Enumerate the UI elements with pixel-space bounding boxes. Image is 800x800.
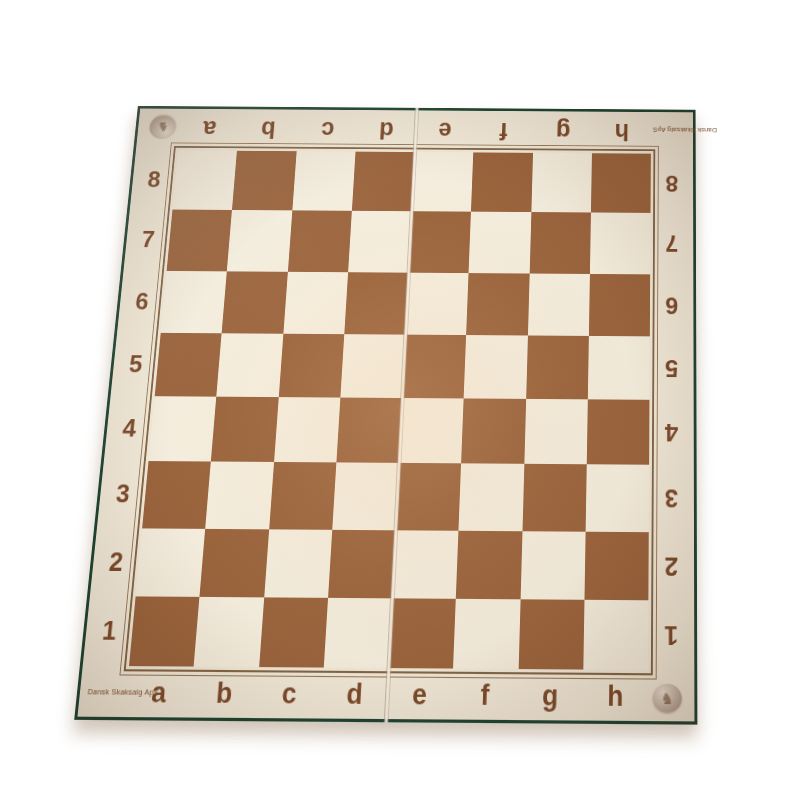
square-g6[interactable]	[527, 273, 589, 336]
rank-label-right-3: 3	[653, 465, 689, 532]
square-h7[interactable]	[590, 213, 651, 274]
file-label-bottom-b: b	[190, 671, 259, 716]
maker-logo-badge-top: ♞	[149, 115, 178, 139]
square-a4[interactable]	[148, 396, 216, 462]
maker-logo-badge-bottom: ♞	[653, 684, 682, 713]
rank-label-right-4: 4	[654, 400, 689, 465]
knight-logo-icon: ♞	[653, 684, 682, 713]
square-d3[interactable]	[332, 463, 399, 530]
square-g5[interactable]	[526, 335, 589, 399]
square-b4[interactable]	[211, 397, 278, 463]
square-f7[interactable]	[469, 212, 531, 273]
square-h6[interactable]	[589, 273, 651, 336]
file-label-top-h: h	[592, 114, 651, 149]
square-d8[interactable]	[352, 152, 415, 212]
knight-logo-icon: ♞	[149, 115, 178, 139]
square-a2[interactable]	[136, 528, 206, 597]
rank-label-left-3: 3	[102, 461, 144, 528]
square-b1[interactable]	[194, 597, 264, 667]
rank-label-right-2: 2	[653, 532, 689, 601]
square-e3[interactable]	[395, 463, 461, 530]
rank-labels-right: 87654321	[653, 154, 690, 671]
square-g3[interactable]	[522, 464, 586, 531]
square-g2[interactable]	[520, 531, 585, 600]
square-h2[interactable]	[584, 531, 649, 600]
square-a3[interactable]	[142, 461, 211, 528]
square-d7[interactable]	[348, 211, 411, 272]
rank-label-right-7: 7	[655, 213, 689, 274]
square-c6[interactable]	[283, 271, 348, 334]
rank-label-left-8: 8	[134, 150, 173, 210]
square-b7[interactable]	[227, 210, 292, 271]
file-label-top-b: b	[238, 112, 300, 147]
rank-label-right-6: 6	[654, 274, 689, 336]
square-b8[interactable]	[232, 151, 296, 211]
square-b2[interactable]	[200, 528, 269, 597]
square-a7[interactable]	[167, 210, 233, 271]
file-label-bottom-d: d	[321, 672, 389, 717]
square-h1[interactable]	[583, 600, 648, 670]
square-g1[interactable]	[518, 599, 584, 669]
square-h5[interactable]	[588, 336, 650, 400]
square-e6[interactable]	[405, 272, 469, 335]
square-f3[interactable]	[459, 464, 524, 531]
rank-label-left-1: 1	[88, 596, 131, 666]
square-g7[interactable]	[529, 212, 590, 273]
square-f2[interactable]	[456, 530, 522, 599]
file-label-top-g: g	[533, 114, 593, 149]
square-e7[interactable]	[408, 211, 471, 272]
square-g4[interactable]	[524, 399, 588, 465]
square-c2[interactable]	[264, 529, 332, 598]
square-h4[interactable]	[587, 399, 650, 465]
square-f1[interactable]	[453, 599, 520, 669]
square-e1[interactable]	[388, 598, 456, 668]
square-c5[interactable]	[278, 334, 344, 398]
rank-label-left-4: 4	[109, 396, 151, 461]
rank-label-right-5: 5	[654, 336, 689, 400]
square-c4[interactable]	[274, 397, 341, 463]
square-a6[interactable]	[161, 270, 227, 333]
square-d4[interactable]	[336, 398, 402, 464]
square-d1[interactable]	[324, 598, 392, 668]
rank-label-right-8: 8	[655, 154, 689, 214]
rank-label-left-2: 2	[95, 528, 138, 597]
photo-background: abcdefgh abcdefgh 87654321 87654321 ♞ ♞ …	[0, 0, 800, 800]
rank-label-right-1: 1	[653, 600, 690, 670]
square-e5[interactable]	[402, 334, 466, 398]
rank-label-left-6: 6	[122, 270, 162, 332]
file-label-top-d: d	[356, 113, 417, 148]
square-c8[interactable]	[292, 151, 355, 211]
square-a5[interactable]	[155, 333, 222, 397]
square-c1[interactable]	[259, 597, 328, 667]
square-e8[interactable]	[411, 152, 473, 212]
square-b6[interactable]	[222, 271, 288, 334]
file-label-top-f: f	[474, 113, 534, 148]
square-f5[interactable]	[464, 335, 528, 399]
square-f8[interactable]	[471, 152, 532, 212]
rank-label-left-5: 5	[115, 332, 156, 396]
square-b3[interactable]	[205, 462, 273, 529]
square-c7[interactable]	[287, 211, 351, 272]
square-f6[interactable]	[466, 273, 529, 336]
file-label-bottom-e: e	[386, 672, 453, 717]
file-label-bottom-f: f	[451, 673, 518, 718]
square-h8[interactable]	[591, 153, 651, 213]
square-g8[interactable]	[531, 153, 592, 213]
chessboard: abcdefgh abcdefgh 87654321 87654321 ♞ ♞ …	[74, 106, 697, 725]
file-label-bottom-g: g	[517, 673, 583, 718]
square-b5[interactable]	[216, 333, 282, 397]
file-label-bottom-c: c	[255, 671, 323, 716]
square-a8[interactable]	[172, 150, 237, 210]
file-label-top-e: e	[415, 113, 475, 148]
square-e2[interactable]	[392, 530, 459, 599]
square-h3[interactable]	[585, 465, 649, 532]
file-label-top-c: c	[297, 112, 358, 147]
square-a1[interactable]	[129, 596, 200, 666]
file-label-bottom-h: h	[582, 674, 648, 719]
maker-text-top: Dansk Skaksalg ApS	[653, 126, 717, 134]
square-d6[interactable]	[344, 272, 408, 335]
file-label-top-a: a	[179, 111, 241, 146]
square-d2[interactable]	[328, 529, 396, 598]
square-e4[interactable]	[399, 398, 464, 464]
square-f4[interactable]	[461, 398, 525, 464]
square-d5[interactable]	[340, 334, 405, 398]
square-c3[interactable]	[269, 462, 336, 529]
rank-label-left-7: 7	[128, 209, 168, 270]
maker-text-bottom: Dansk Skaksalg ApS	[87, 687, 159, 697]
